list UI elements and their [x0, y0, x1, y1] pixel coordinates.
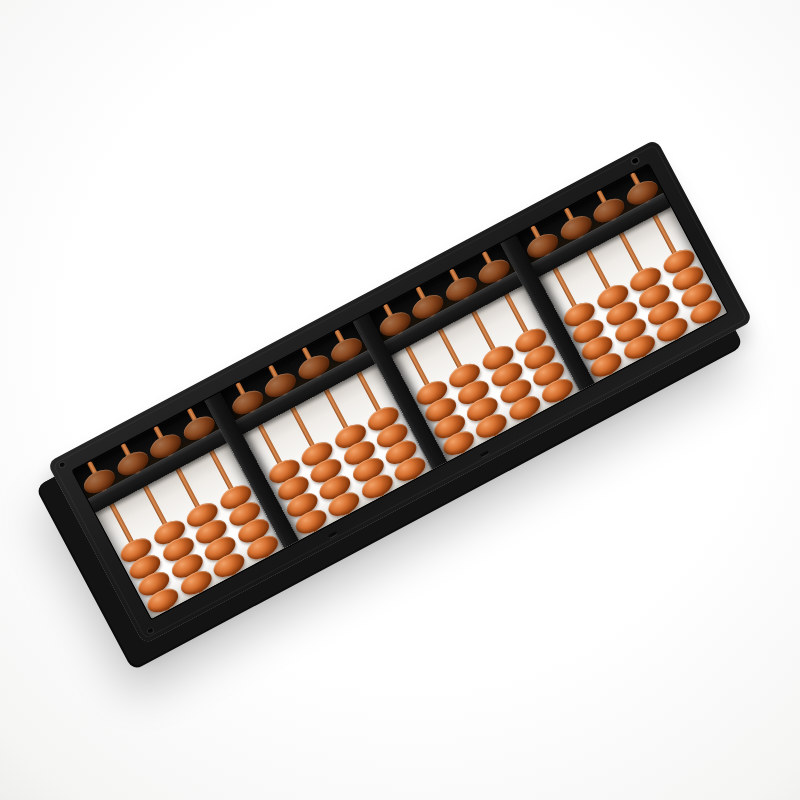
- frame-mold-dot: [59, 462, 65, 468]
- abacus-board: [47, 139, 753, 645]
- abacus-inner-area: [71, 163, 728, 620]
- frame-notch: [328, 531, 337, 538]
- rod-rack: [73, 165, 728, 619]
- frame-mold-dot: [147, 628, 153, 634]
- product-photo-scene: [0, 0, 800, 800]
- frame-notch: [480, 450, 489, 457]
- frame-hole-detail: [631, 157, 639, 164]
